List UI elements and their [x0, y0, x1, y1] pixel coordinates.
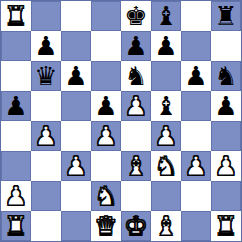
square-c3[interactable]: ♟ [61, 151, 91, 181]
square-c4[interactable] [61, 121, 91, 151]
square-a4[interactable] [1, 121, 31, 151]
white-pawn: ♟ [91, 121, 121, 151]
square-f7[interactable]: ♟ [151, 31, 181, 61]
black-knight: ♞ [211, 61, 241, 91]
square-c2[interactable] [61, 181, 91, 211]
white-queen: ♛ [91, 211, 121, 241]
white-pawn: ♟ [181, 151, 211, 181]
square-g8[interactable] [181, 1, 211, 31]
square-g2[interactable] [181, 181, 211, 211]
square-e4[interactable] [121, 121, 151, 151]
square-b5[interactable] [31, 91, 61, 121]
white-pawn: ♟ [1, 181, 31, 211]
square-c8[interactable] [61, 1, 91, 31]
square-g6[interactable]: ♟ [181, 61, 211, 91]
black-bishop: ♝ [151, 1, 181, 31]
square-e5[interactable]: ♟ [121, 91, 151, 121]
square-h5[interactable]: ♟ [211, 91, 241, 121]
white-pawn: ♟ [61, 151, 91, 181]
square-f8[interactable]: ♝ [151, 1, 181, 31]
square-h4[interactable] [211, 121, 241, 151]
square-b6[interactable]: ♛ [31, 61, 61, 91]
black-pawn: ♟ [181, 61, 211, 91]
square-h8[interactable]: ♜ [211, 1, 241, 31]
square-c1[interactable] [61, 211, 91, 241]
black-pawn: ♟ [1, 91, 31, 121]
white-knight: ♞ [91, 181, 121, 211]
square-g4[interactable] [181, 121, 211, 151]
square-a8[interactable]: ♜ [1, 1, 31, 31]
white-rook: ♜ [1, 211, 31, 241]
square-b1[interactable] [31, 211, 61, 241]
square-g7[interactable] [181, 31, 211, 61]
square-d2[interactable]: ♞ [91, 181, 121, 211]
square-g5[interactable] [181, 91, 211, 121]
square-a2[interactable]: ♟ [1, 181, 31, 211]
square-e7[interactable]: ♟ [121, 31, 151, 61]
black-pawn: ♟ [121, 31, 151, 61]
square-g3[interactable]: ♟ [181, 151, 211, 181]
black-pawn: ♟ [211, 91, 241, 121]
black-pawn: ♟ [61, 61, 91, 91]
square-d5[interactable]: ♟ [91, 91, 121, 121]
square-b2[interactable] [31, 181, 61, 211]
square-h6[interactable]: ♞ [211, 61, 241, 91]
square-f1[interactable]: ♝ [151, 211, 181, 241]
square-h1[interactable]: ♜ [211, 211, 241, 241]
square-h2[interactable] [211, 181, 241, 211]
square-d4[interactable]: ♟ [91, 121, 121, 151]
chess-board: ♜♚♝♜♟♟♟♛♟♞♟♞♟♟♟♝♟♟♟♟♟♝♞♟♟♟♞♜♛♚♝♜ [0, 0, 242, 242]
black-pawn: ♟ [91, 91, 121, 121]
square-c6[interactable]: ♟ [61, 61, 91, 91]
square-h3[interactable]: ♟ [211, 151, 241, 181]
square-e2[interactable] [121, 181, 151, 211]
square-d3[interactable] [91, 151, 121, 181]
white-pawn: ♟ [211, 151, 241, 181]
square-b3[interactable] [31, 151, 61, 181]
black-bishop: ♝ [151, 91, 181, 121]
black-pawn: ♟ [31, 31, 61, 61]
black-knight: ♞ [121, 61, 151, 91]
square-e6[interactable]: ♞ [121, 61, 151, 91]
white-rook: ♜ [1, 1, 31, 31]
square-f3[interactable]: ♞ [151, 151, 181, 181]
square-e3[interactable]: ♝ [121, 151, 151, 181]
square-a3[interactable] [1, 151, 31, 181]
square-f4[interactable]: ♟ [151, 121, 181, 151]
square-a1[interactable]: ♜ [1, 211, 31, 241]
square-f6[interactable] [151, 61, 181, 91]
white-knight: ♞ [151, 151, 181, 181]
white-king: ♚ [121, 211, 151, 241]
square-b7[interactable]: ♟ [31, 31, 61, 61]
white-rook: ♜ [211, 211, 241, 241]
white-bishop: ♝ [151, 211, 181, 241]
square-d1[interactable]: ♛ [91, 211, 121, 241]
square-d7[interactable] [91, 31, 121, 61]
chess-board-wrapper: ♜♚♝♜♟♟♟♛♟♞♟♞♟♟♟♝♟♟♟♟♟♝♞♟♟♟♞♜♛♚♝♜ [0, 0, 242, 242]
square-f5[interactable]: ♝ [151, 91, 181, 121]
square-f2[interactable] [151, 181, 181, 211]
square-e8[interactable]: ♚ [121, 1, 151, 31]
black-pawn: ♟ [151, 31, 181, 61]
square-a6[interactable] [1, 61, 31, 91]
square-a7[interactable] [1, 31, 31, 61]
white-pawn: ♟ [151, 121, 181, 151]
square-b4[interactable]: ♟ [31, 121, 61, 151]
black-queen: ♛ [31, 61, 61, 91]
square-a5[interactable]: ♟ [1, 91, 31, 121]
white-pawn: ♟ [31, 121, 61, 151]
square-h7[interactable] [211, 31, 241, 61]
square-b8[interactable] [31, 1, 61, 31]
white-bishop: ♝ [121, 151, 151, 181]
white-pawn: ♟ [121, 91, 151, 121]
square-c5[interactable] [61, 91, 91, 121]
square-d8[interactable] [91, 1, 121, 31]
square-g1[interactable] [181, 211, 211, 241]
black-rook: ♜ [211, 1, 241, 31]
square-c7[interactable] [61, 31, 91, 61]
black-king: ♚ [121, 1, 151, 31]
square-d6[interactable] [91, 61, 121, 91]
square-e1[interactable]: ♚ [121, 211, 151, 241]
